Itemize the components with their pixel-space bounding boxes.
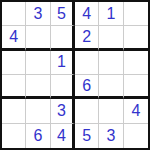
sudoku-cell-r5c5[interactable] [99,99,123,123]
sudoku-cell-r1c1[interactable] [2,2,26,26]
sudoku-cell-r4c3[interactable] [51,75,75,99]
sudoku-cell-r1c3[interactable]: 5 [51,2,75,26]
cell-digit: 3 [57,103,66,119]
sudoku-cell-r2c3[interactable] [51,26,75,50]
sudoku-cell-r2c5[interactable] [99,26,123,50]
sudoku-board: 35414216346453 [0,0,150,150]
cell-digit: 2 [82,29,91,45]
sudoku-cell-r2c4[interactable]: 2 [75,26,99,50]
sudoku-cell-r2c2[interactable] [26,26,50,50]
cell-digit: 5 [82,128,91,144]
cell-digit: 4 [82,6,91,22]
sudoku-cell-r5c3[interactable]: 3 [51,99,75,123]
cell-digit: 4 [9,29,18,45]
sudoku-cell-r4c6[interactable] [124,75,148,99]
sudoku-cell-r3c4[interactable] [75,51,99,75]
sudoku-cell-r5c2[interactable] [26,99,50,123]
sudoku-cell-r5c6[interactable]: 4 [124,99,148,123]
sudoku-cell-r5c1[interactable] [2,99,26,123]
cell-digit: 4 [57,128,66,144]
sudoku-cell-r4c5[interactable] [99,75,123,99]
sudoku-cell-r2c6[interactable] [124,26,148,50]
cell-digit: 5 [57,6,66,22]
sudoku-cell-r3c3[interactable]: 1 [51,51,75,75]
sudoku-cell-r4c2[interactable] [26,75,50,99]
cell-digit: 1 [57,54,66,70]
sudoku-cell-r4c4[interactable]: 6 [75,75,99,99]
sudoku-cell-r3c5[interactable] [99,51,123,75]
sudoku-cell-r1c6[interactable] [124,2,148,26]
sudoku-cell-r5c4[interactable] [75,99,99,123]
sudoku-cell-r3c6[interactable] [124,51,148,75]
sudoku-cell-r3c2[interactable] [26,51,50,75]
sudoku-cell-r6c1[interactable] [2,124,26,148]
sudoku-cell-r1c5[interactable]: 1 [99,2,123,26]
sudoku-cell-r6c2[interactable]: 6 [26,124,50,148]
sudoku-cell-r6c6[interactable] [124,124,148,148]
sudoku-cell-r6c4[interactable]: 5 [75,124,99,148]
cell-digit: 6 [34,128,43,144]
cell-digit: 6 [82,78,91,94]
cell-digit: 3 [107,128,116,144]
sudoku-cell-r2c1[interactable]: 4 [2,26,26,50]
sudoku-cell-r1c4[interactable]: 4 [75,2,99,26]
sudoku-cell-r4c1[interactable] [2,75,26,99]
cell-digit: 3 [34,6,43,22]
sudoku-cell-r3c1[interactable] [2,51,26,75]
sudoku-cell-r6c3[interactable]: 4 [51,124,75,148]
cell-digit: 4 [131,103,140,119]
sudoku-cell-r1c2[interactable]: 3 [26,2,50,26]
cell-digit: 1 [107,6,116,22]
sudoku-cell-r6c5[interactable]: 3 [99,124,123,148]
